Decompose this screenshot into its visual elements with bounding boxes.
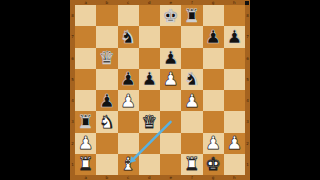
square-c3[interactable] <box>118 111 139 132</box>
square-f8[interactable]: ♜ <box>181 5 202 26</box>
square-h1[interactable] <box>224 154 245 175</box>
piece-black-p-b4[interactable]: ♟ <box>99 92 115 110</box>
piece-black-p-c5[interactable]: ♟ <box>120 70 136 88</box>
file-label-h: h <box>224 175 245 180</box>
square-c5[interactable]: ♟ <box>118 69 139 90</box>
square-f7[interactable] <box>181 26 202 47</box>
piece-black-p-e6[interactable]: ♟ <box>163 49 179 67</box>
square-b3[interactable]: ♞ <box>96 111 117 132</box>
piece-white-p-a2[interactable]: ♟ <box>78 134 94 152</box>
piece-white-q-d3[interactable]: ♛ <box>141 113 157 131</box>
square-h7[interactable]: ♟ <box>224 26 245 47</box>
square-a1[interactable]: ♜ <box>75 154 96 175</box>
square-d2[interactable] <box>139 133 160 154</box>
square-f5[interactable]: ♞ <box>181 69 202 90</box>
piece-white-p-g2[interactable]: ♟ <box>205 134 221 152</box>
square-e5[interactable]: ♟ <box>160 69 181 90</box>
square-g3[interactable] <box>203 111 224 132</box>
square-b5[interactable] <box>96 69 117 90</box>
square-f6[interactable] <box>181 48 202 69</box>
file-label-g: g <box>203 175 224 180</box>
square-d6[interactable] <box>139 48 160 69</box>
piece-black-k-e8[interactable]: ♚ <box>163 7 179 25</box>
square-g7[interactable]: ♟ <box>203 26 224 47</box>
square-d5[interactable]: ♟ <box>139 69 160 90</box>
square-e1[interactable] <box>160 154 181 175</box>
piece-white-r-f1[interactable]: ♜ <box>184 155 200 173</box>
square-c8[interactable] <box>118 5 139 26</box>
square-h8[interactable] <box>224 5 245 26</box>
square-a2[interactable]: ♟ <box>75 133 96 154</box>
square-h2[interactable]: ♟ <box>224 133 245 154</box>
letterbox-left <box>0 0 70 180</box>
screenshot-root: abcdefgh abcdefgh 87654321 87654321 ♚♜♞♟… <box>0 0 320 180</box>
piece-white-p-f4[interactable]: ♟ <box>184 92 200 110</box>
piece-white-p-c4[interactable]: ♟ <box>120 92 136 110</box>
square-c1[interactable]: ♝ <box>118 154 139 175</box>
square-g5[interactable] <box>203 69 224 90</box>
square-d8[interactable] <box>139 5 160 26</box>
square-b8[interactable] <box>96 5 117 26</box>
turn-indicator-black-to-move <box>245 1 249 5</box>
square-g6[interactable] <box>203 48 224 69</box>
square-d4[interactable] <box>139 90 160 111</box>
square-c4[interactable]: ♟ <box>118 90 139 111</box>
square-c7[interactable]: ♞ <box>118 26 139 47</box>
piece-black-q-b6[interactable]: ♛ <box>99 49 115 67</box>
square-b4[interactable]: ♟ <box>96 90 117 111</box>
file-label-e: e <box>160 175 181 180</box>
square-b7[interactable] <box>96 26 117 47</box>
square-d7[interactable] <box>139 26 160 47</box>
piece-white-p-h2[interactable]: ♟ <box>226 134 242 152</box>
square-a7[interactable] <box>75 26 96 47</box>
square-a6[interactable] <box>75 48 96 69</box>
square-f3[interactable] <box>181 111 202 132</box>
square-a5[interactable] <box>75 69 96 90</box>
square-d3[interactable]: ♛ <box>139 111 160 132</box>
square-h3[interactable] <box>224 111 245 132</box>
square-e2[interactable] <box>160 133 181 154</box>
square-f4[interactable]: ♟ <box>181 90 202 111</box>
piece-black-r-f8[interactable]: ♜ <box>184 7 200 25</box>
square-e3[interactable] <box>160 111 181 132</box>
square-a3[interactable]: ♜ <box>75 111 96 132</box>
piece-white-n-b3[interactable]: ♞ <box>99 113 115 131</box>
piece-white-r-a1[interactable]: ♜ <box>78 155 94 173</box>
square-b6[interactable]: ♛ <box>96 48 117 69</box>
piece-white-b-c1[interactable]: ♝ <box>120 155 136 173</box>
chess-board: abcdefgh abcdefgh 87654321 87654321 ♚♜♞♟… <box>70 0 250 180</box>
piece-black-p-h7[interactable]: ♟ <box>226 28 242 46</box>
letterbox-right <box>250 0 320 180</box>
square-h6[interactable] <box>224 48 245 69</box>
square-h4[interactable] <box>224 90 245 111</box>
square-g4[interactable] <box>203 90 224 111</box>
square-e6[interactable]: ♟ <box>160 48 181 69</box>
square-e7[interactable] <box>160 26 181 47</box>
piece-black-r-a3[interactable]: ♜ <box>78 113 94 131</box>
square-f1[interactable]: ♜ <box>181 154 202 175</box>
file-labels-bottom: abcdefgh <box>75 175 245 180</box>
square-e4[interactable] <box>160 90 181 111</box>
square-a4[interactable] <box>75 90 96 111</box>
square-c6[interactable] <box>118 48 139 69</box>
square-e8[interactable]: ♚ <box>160 5 181 26</box>
piece-white-k-g1[interactable]: ♚ <box>205 155 221 173</box>
file-label-b: b <box>96 175 117 180</box>
square-h5[interactable] <box>224 69 245 90</box>
square-g8[interactable] <box>203 5 224 26</box>
square-c2[interactable] <box>118 133 139 154</box>
piece-black-n-c7[interactable]: ♞ <box>120 28 136 46</box>
file-label-f: f <box>181 175 202 180</box>
piece-black-p-g7[interactable]: ♟ <box>205 28 221 46</box>
square-b1[interactable] <box>96 154 117 175</box>
file-label-c: c <box>118 175 139 180</box>
square-a8[interactable] <box>75 5 96 26</box>
piece-black-n-f5[interactable]: ♞ <box>184 70 200 88</box>
square-g2[interactable]: ♟ <box>203 133 224 154</box>
file-label-d: d <box>139 175 160 180</box>
square-f2[interactable] <box>181 133 202 154</box>
piece-white-p-e5[interactable]: ♟ <box>163 70 179 88</box>
board-grid: ♚♜♞♟♟♛♟♟♟♟♞♟♟♟♜♞♛♟♟♟♜♝♜♚ <box>75 5 245 175</box>
piece-black-p-d5[interactable]: ♟ <box>141 70 157 88</box>
file-label-a: a <box>75 175 96 180</box>
square-d1[interactable] <box>139 154 160 175</box>
square-g1[interactable]: ♚ <box>203 154 224 175</box>
square-b2[interactable] <box>96 133 117 154</box>
